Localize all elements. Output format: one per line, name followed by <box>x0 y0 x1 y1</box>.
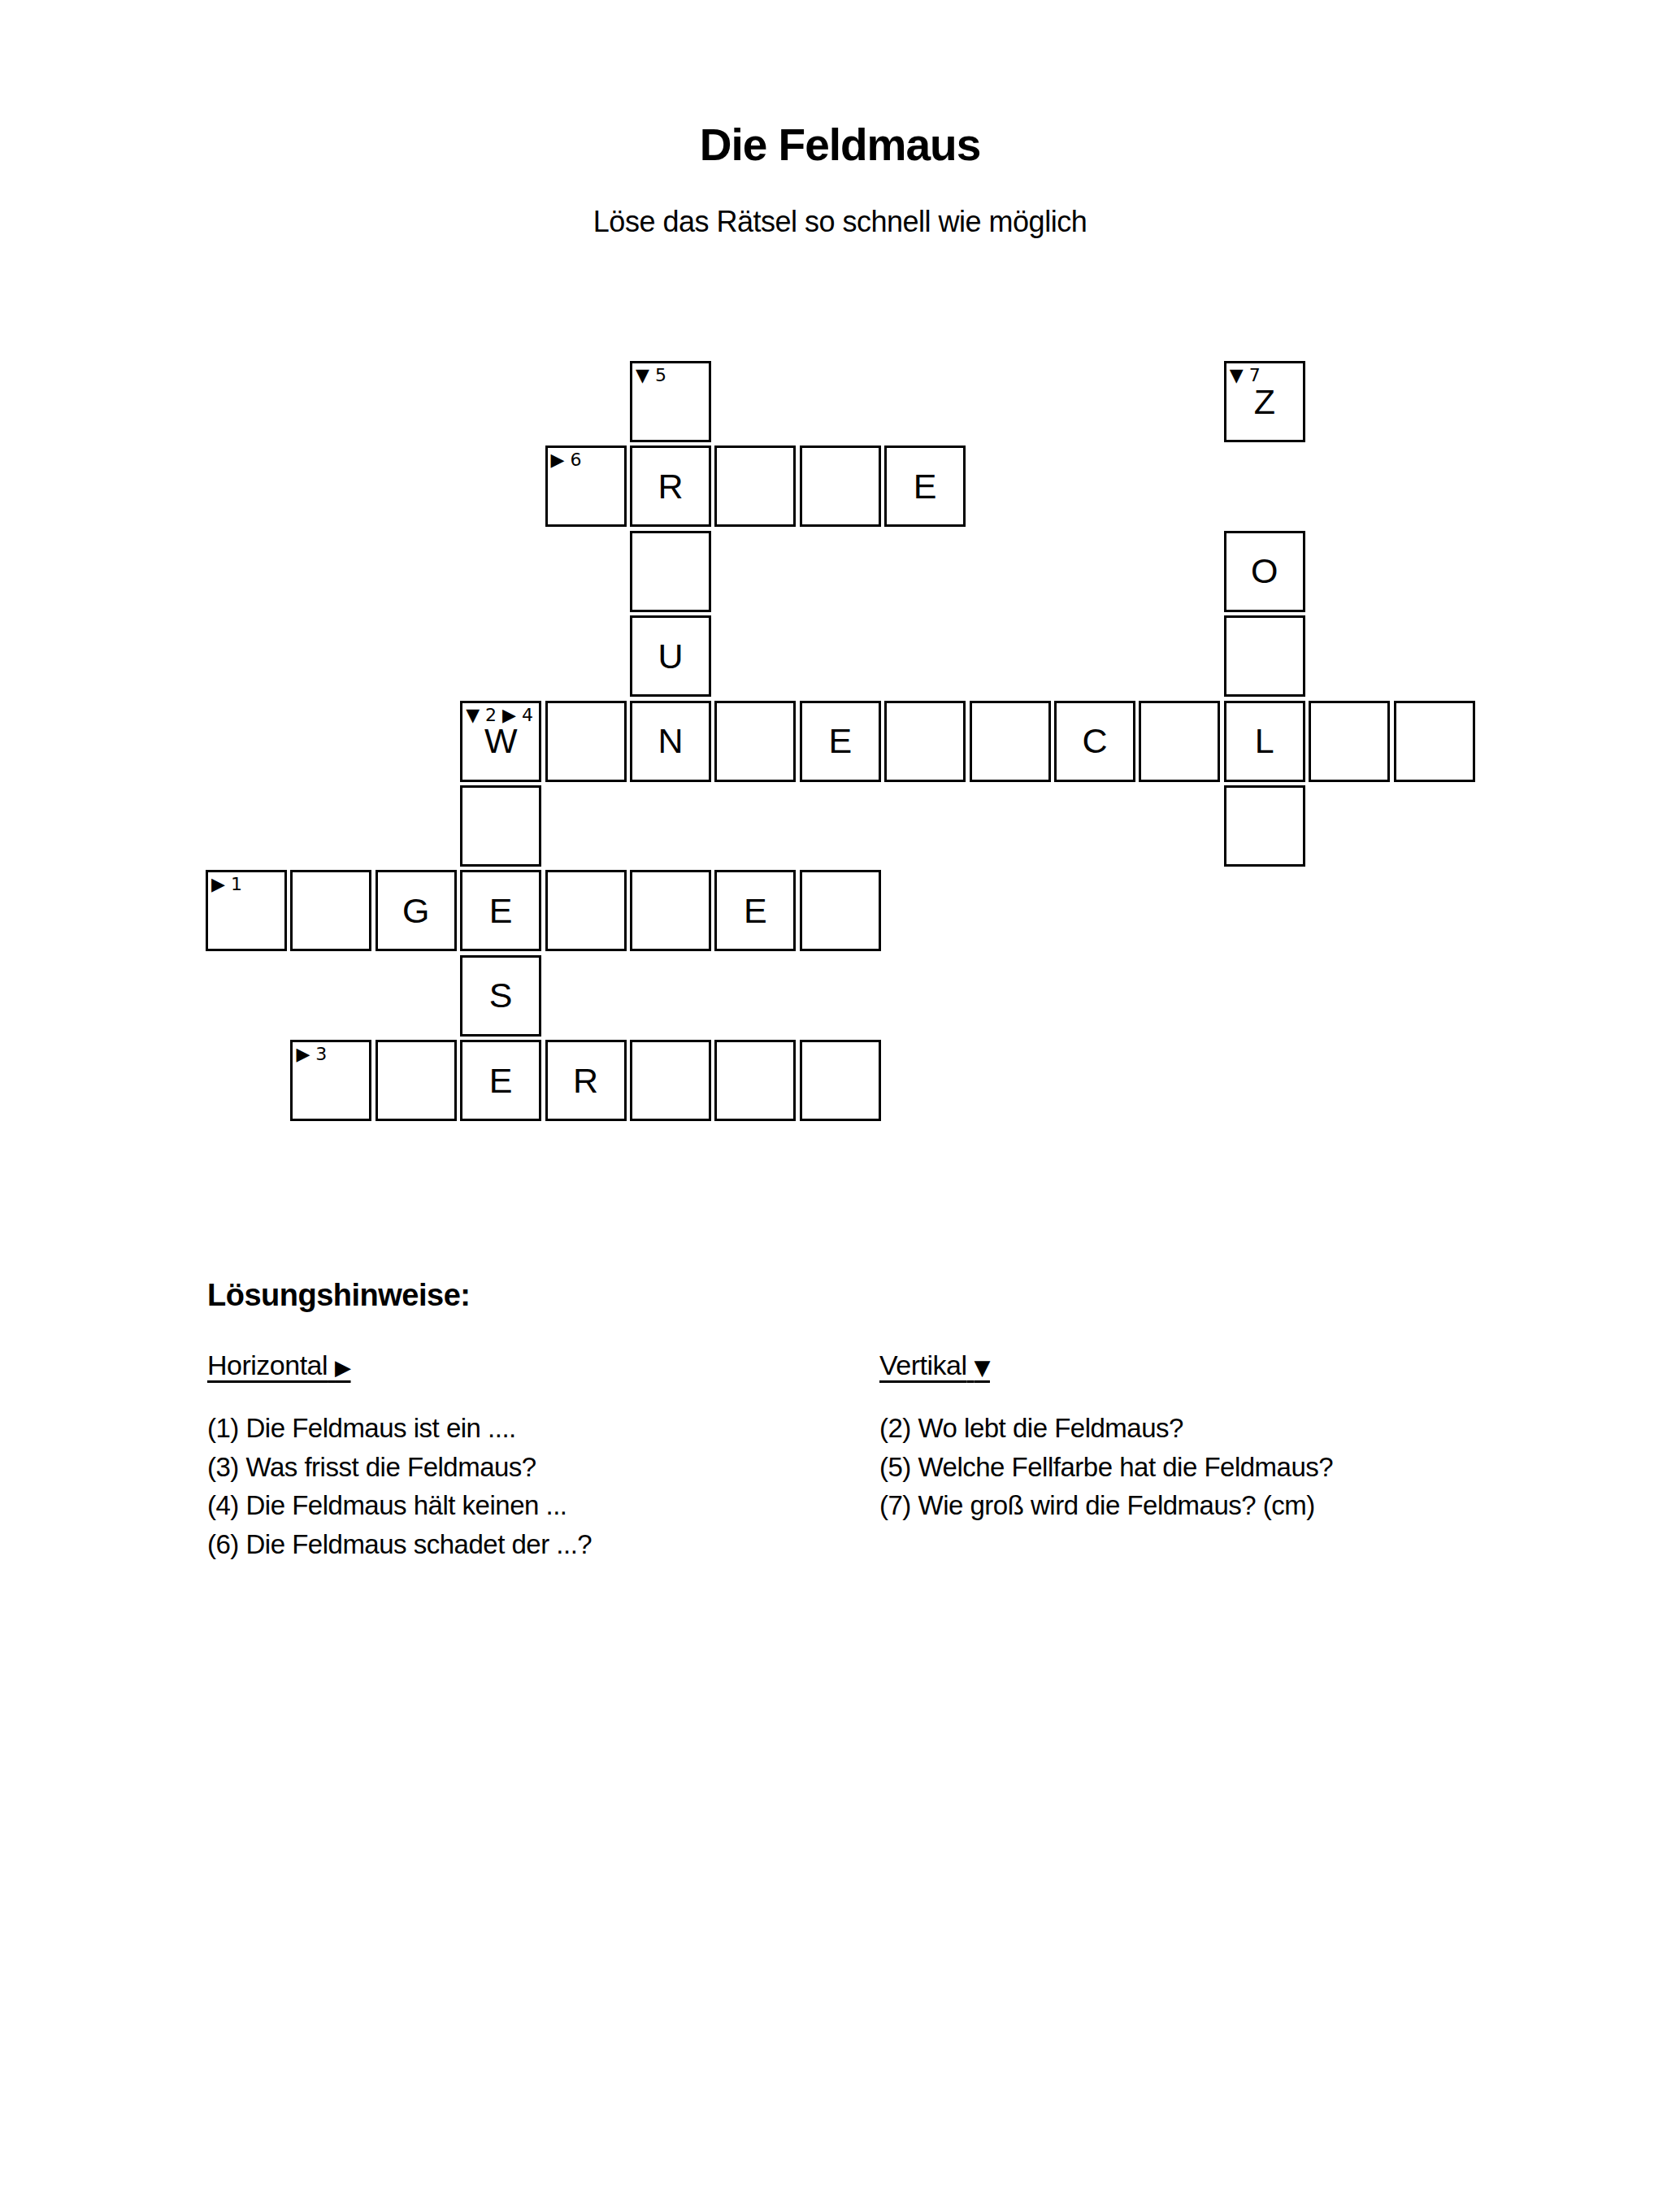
cell-letter: E <box>489 893 513 928</box>
cell-letter: E <box>914 469 937 504</box>
crossword-cell-r6c0[interactable]: ▶ 1 <box>206 870 287 951</box>
clue-item: (3) Was frisst die Feldmaus? <box>207 1448 825 1487</box>
crossword-cell-r4c5[interactable]: N <box>630 701 711 782</box>
crossword-cell-r1c6[interactable] <box>714 446 796 527</box>
clue-number-marker: ▶ 1 <box>211 876 242 893</box>
cell-letter: Z <box>1254 385 1275 419</box>
clue-item: (7) Wie groß wird die Feldmaus? (cm) <box>879 1486 1497 1525</box>
clue-item: (1) Die Feldmaus ist ein .... <box>207 1409 825 1448</box>
horizontal-clues-section: Horizontal ▶ (1) Die Feldmaus ist ein ..… <box>207 1350 825 1563</box>
clue-number-marker: ▼ 2 ▶ 4 <box>466 706 533 724</box>
cell-letter: L <box>1255 724 1274 758</box>
horizontal-clues-header: Horizontal ▶ <box>207 1350 351 1381</box>
cell-letter: O <box>1251 554 1278 589</box>
horizontal-clue-list: (1) Die Feldmaus ist ein ....(3) Was fri… <box>207 1409 825 1563</box>
crossword-cell-r4c3[interactable]: ▼ 2 ▶ 4W <box>460 701 541 782</box>
cell-letter: C <box>1082 724 1107 758</box>
crossword-cell-r6c4[interactable] <box>545 870 627 951</box>
down-arrow-icon: ▼ <box>974 1355 990 1380</box>
crossword-cell-r4c12[interactable]: L <box>1224 701 1305 782</box>
crossword-cell-r1c5[interactable]: R <box>630 446 711 527</box>
crossword-cell-r6c1[interactable] <box>290 870 371 951</box>
hints-heading: Lösungshinweise: <box>207 1278 470 1313</box>
clue-number-marker: ▶ 6 <box>551 451 582 469</box>
crossword-cell-r0c5[interactable]: ▼ 5 <box>630 361 711 442</box>
cell-letter: N <box>658 724 683 758</box>
crossword-cell-r8c1[interactable]: ▶ 3 <box>290 1040 371 1121</box>
worksheet-page: Die Feldmaus Löse das Rätsel so schnell … <box>0 0 1680 2195</box>
crossword-cell-r0c12[interactable]: ▼ 7Z <box>1224 361 1305 442</box>
clue-item: (6) Die Feldmaus schadet der ...? <box>207 1525 825 1564</box>
across-arrow-icon: ▶ <box>335 1355 351 1380</box>
crossword-cell-r4c10[interactable]: C <box>1054 701 1135 782</box>
clue-number-marker: ▼ 7 <box>1230 367 1261 385</box>
cell-letter: S <box>489 978 513 1013</box>
cell-letter: E <box>489 1063 513 1098</box>
crossword-cell-r5c3[interactable] <box>460 785 541 867</box>
clue-number-marker: ▶ 3 <box>296 1045 327 1063</box>
crossword-cell-r2c12[interactable]: O <box>1224 531 1305 612</box>
crossword-board: ▼ 5▼ 7Z▶ 6REOU▼ 2 ▶ 4WNECL▶ 1GEES▶ 3ER <box>0 0 1680 1219</box>
crossword-cell-r1c4[interactable]: ▶ 6 <box>545 446 627 527</box>
vertical-clues-header: Vertikal ▼ <box>879 1350 990 1381</box>
crossword-cell-r6c5[interactable] <box>630 870 711 951</box>
crossword-cell-r4c6[interactable] <box>714 701 796 782</box>
crossword-cell-r8c3[interactable]: E <box>460 1040 541 1121</box>
crossword-cell-r6c2[interactable]: G <box>376 870 457 951</box>
crossword-cell-r8c5[interactable] <box>630 1040 711 1121</box>
cell-letter: E <box>828 724 852 758</box>
clue-item: (5) Welche Fellfarbe hat die Feldmaus? <box>879 1448 1497 1487</box>
cell-letter: G <box>402 893 429 928</box>
clue-item: (2) Wo lebt die Feldmaus? <box>879 1409 1497 1448</box>
crossword-cell-r1c8[interactable]: E <box>884 446 966 527</box>
horizontal-label: Horizontal <box>207 1350 328 1380</box>
crossword-cell-r6c6[interactable]: E <box>714 870 796 951</box>
crossword-cell-r5c12[interactable] <box>1224 785 1305 867</box>
crossword-cell-r4c8[interactable] <box>884 701 966 782</box>
vertical-clue-list: (2) Wo lebt die Feldmaus?(5) Welche Fell… <box>879 1409 1497 1525</box>
crossword-cell-r6c7[interactable] <box>800 870 881 951</box>
crossword-cell-r1c7[interactable] <box>800 446 881 527</box>
vertical-clues-section: Vertikal ▼ (2) Wo lebt die Feldmaus?(5) … <box>879 1350 1497 1525</box>
cell-letter: W <box>484 724 518 758</box>
crossword-cell-r8c4[interactable]: R <box>545 1040 627 1121</box>
cell-letter: U <box>658 639 683 674</box>
crossword-cell-r3c5[interactable]: U <box>630 615 711 697</box>
crossword-cell-r8c2[interactable] <box>376 1040 457 1121</box>
crossword-cell-r4c14[interactable] <box>1394 701 1475 782</box>
clue-number-marker: ▼ 5 <box>636 367 666 385</box>
crossword-cell-r7c3[interactable]: S <box>460 955 541 1037</box>
crossword-cell-r8c7[interactable] <box>800 1040 881 1121</box>
crossword-cell-r4c4[interactable] <box>545 701 627 782</box>
crossword-cell-r2c5[interactable] <box>630 531 711 612</box>
crossword-cell-r4c7[interactable]: E <box>800 701 881 782</box>
cell-letter: R <box>573 1063 598 1098</box>
crossword-cell-r4c13[interactable] <box>1309 701 1390 782</box>
cell-letter: R <box>658 469 683 504</box>
crossword-cell-r8c6[interactable] <box>714 1040 796 1121</box>
crossword-cell-r4c9[interactable] <box>970 701 1051 782</box>
crossword-cell-r6c3[interactable]: E <box>460 870 541 951</box>
crossword-cell-r4c11[interactable] <box>1139 701 1220 782</box>
clue-item: (4) Die Feldmaus hält keinen ... <box>207 1486 825 1525</box>
cell-letter: E <box>744 893 767 928</box>
crossword-cell-r3c12[interactable] <box>1224 615 1305 697</box>
vertical-label: Vertikal <box>879 1350 967 1380</box>
